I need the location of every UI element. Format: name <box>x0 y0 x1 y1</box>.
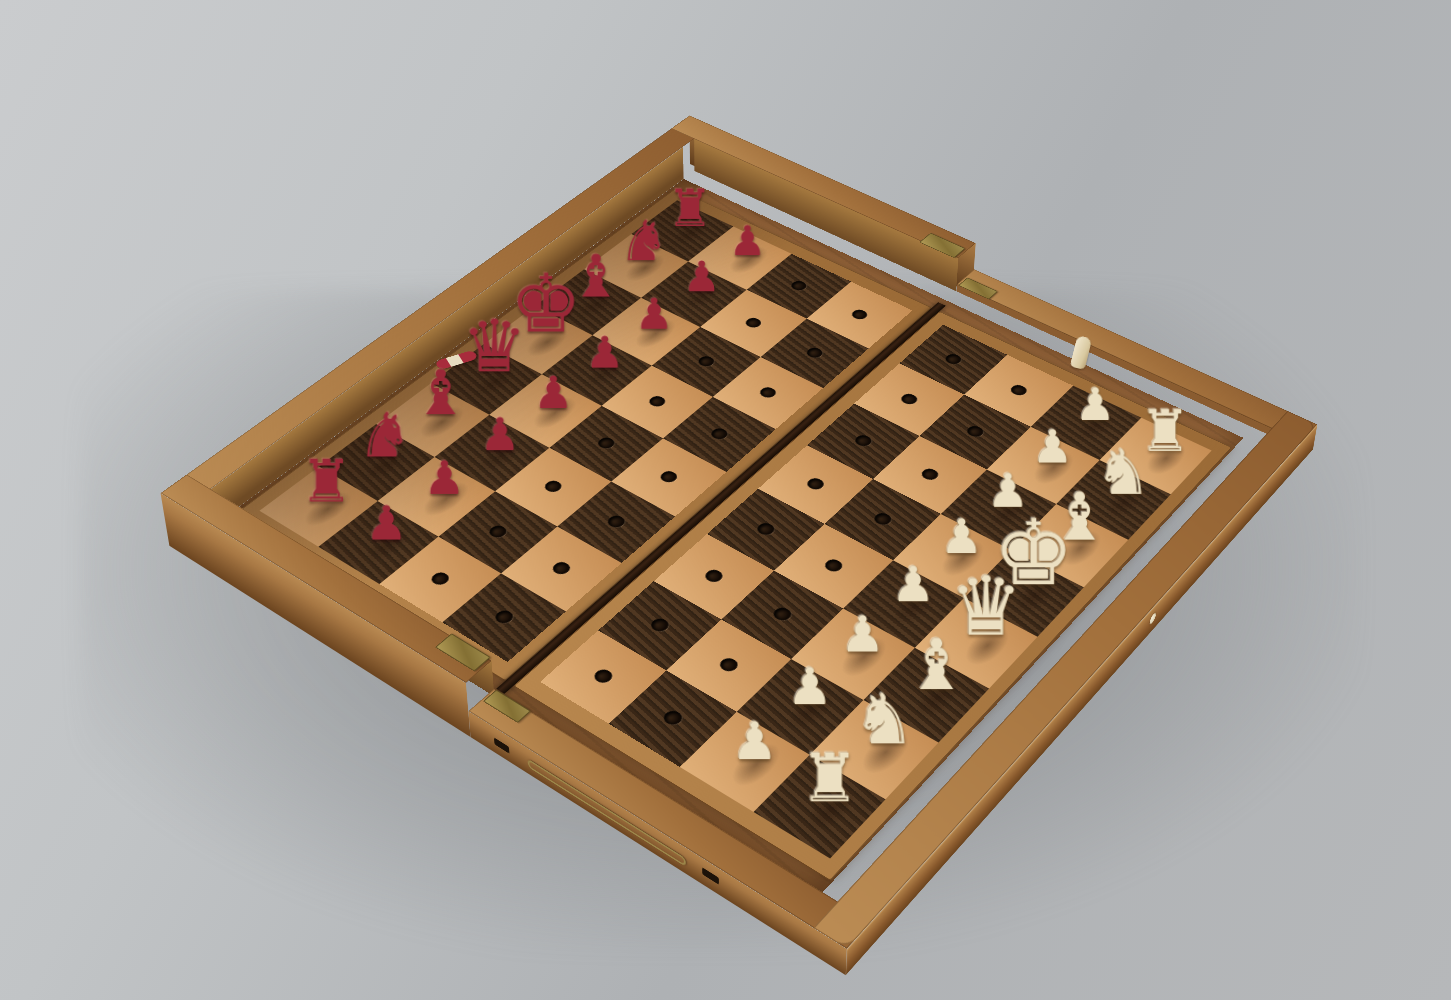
peg-hole <box>605 514 628 530</box>
peg-hole <box>804 476 826 491</box>
piece-white-pawn-e2: ♟ <box>941 513 984 561</box>
piece-red-pawn-c7: ♟ <box>480 412 521 458</box>
peg-hole <box>542 479 565 494</box>
piece-red-knight-b8: ♞ <box>358 405 413 467</box>
piece-white-rook-a1: ♜ <box>800 745 860 812</box>
square-f4 <box>807 404 919 480</box>
chess-box: ♜♞♝♛♚♝♞♜♟♟♟♟♟♟♟♟ ♟♟♟♟♟♟♟♟♜♞♝♛♚♝♞♜ <box>166 155 1289 944</box>
piece-white-pawn-a2: ♟ <box>732 715 779 767</box>
clasp-catch-slot <box>702 867 719 884</box>
peg-hole <box>919 467 941 482</box>
peg-hole <box>771 605 795 622</box>
piece-white-pawn-g2: ♟ <box>1033 424 1074 470</box>
photo-scene: ♜♞♝♛♚♝♞♜♟♟♟♟♟♟♟♟ ♟♟♟♟♟♟♟♟♜♞♝♛♚♝♞♜ <box>0 0 1451 1000</box>
piece-red-pawn-e7: ♟ <box>586 331 625 375</box>
piece-red-rook-a8: ♜ <box>301 452 354 511</box>
piece-red-pawn-a7: ♟ <box>366 499 409 546</box>
piece-red-pawn-f7: ♟ <box>636 292 674 335</box>
peg-hole <box>804 346 825 360</box>
peg-hole <box>943 352 964 366</box>
piece-red-bishop-c8: ♝ <box>413 362 469 424</box>
peg-hole <box>696 354 717 368</box>
piece-red-pawn-b7: ♟ <box>424 455 466 501</box>
piece-red-pawn-g7: ♟ <box>683 256 721 298</box>
clasp-catch-slot <box>494 737 509 753</box>
peg-hole <box>757 385 779 399</box>
peg-hole <box>486 524 509 540</box>
peg-hole <box>822 557 845 574</box>
peg-hole <box>428 570 452 587</box>
piece-white-pawn-h2: ♟ <box>1076 382 1116 427</box>
square-d4 <box>707 489 825 571</box>
piece-red-queen-d8: ♛ <box>462 310 527 383</box>
piece-white-pawn-d2: ♟ <box>892 560 936 609</box>
peg-hole <box>702 568 725 585</box>
piece-red-knight-g8: ♞ <box>619 213 669 269</box>
box-floor: ♜♞♝♛♚♝♞♜♟♟♟♟♟♟♟♟ ♟♟♟♟♟♟♟♟♜♞♝♛♚♝♞♜ <box>216 179 1243 897</box>
peg-hole <box>852 433 874 448</box>
peg-hole <box>849 308 870 321</box>
peg-hole <box>660 708 685 727</box>
piece-red-pawn-d7: ♟ <box>534 370 574 415</box>
peg-hole <box>492 608 516 625</box>
peg-hole <box>754 521 777 537</box>
peg-hole <box>595 436 617 451</box>
piece-red-rook-h8: ♜ <box>667 183 713 234</box>
piece-white-pawn-c2: ♟ <box>841 609 886 659</box>
peg-hole <box>658 469 680 484</box>
peg-hole <box>899 392 920 406</box>
peg-hole <box>1008 383 1029 397</box>
peg-hole <box>743 316 764 329</box>
stage: ♜♞♝♛♚♝♞♜♟♟♟♟♟♟♟♟ ♟♟♟♟♟♟♟♟♜♞♝♛♚♝♞♜ <box>0 0 1451 1000</box>
piece-white-knight-b1: ♞ <box>854 685 917 755</box>
piece-white-pawn-b2: ♟ <box>788 661 834 712</box>
peg-hole <box>717 656 741 674</box>
peg-hole <box>872 511 895 527</box>
peg-hole <box>648 616 672 633</box>
peg-hole <box>709 426 731 441</box>
peg-hole <box>964 424 986 439</box>
peg-hole <box>646 394 668 408</box>
piece-red-pawn-h7: ♟ <box>730 220 767 261</box>
bone-inlay-dot <box>1149 611 1156 626</box>
peg-hole <box>789 279 809 292</box>
peg-hole <box>591 667 616 685</box>
peg-hole <box>550 560 574 577</box>
